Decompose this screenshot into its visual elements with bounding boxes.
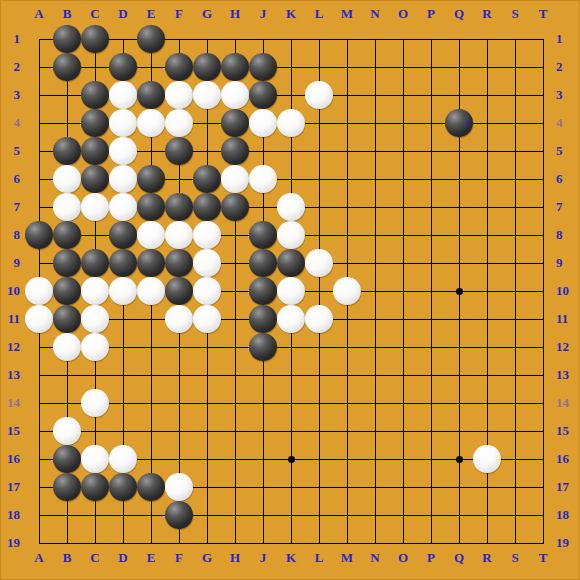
- point-B1[interactable]: [53, 25, 81, 53]
- point-C5[interactable]: [81, 137, 109, 165]
- point-M14[interactable]: [333, 389, 361, 417]
- point-J10[interactable]: [249, 277, 277, 305]
- point-H3[interactable]: [221, 81, 249, 109]
- point-Q2[interactable]: [445, 53, 473, 81]
- point-J18[interactable]: [249, 501, 277, 529]
- point-P6[interactable]: [417, 165, 445, 193]
- point-E5[interactable]: [137, 137, 165, 165]
- point-C4[interactable]: [81, 109, 109, 137]
- point-J15[interactable]: [249, 417, 277, 445]
- point-D2[interactable]: [109, 53, 137, 81]
- point-T5[interactable]: [529, 137, 557, 165]
- point-N12[interactable]: [361, 333, 389, 361]
- go-board[interactable]: [25, 25, 557, 557]
- point-O14[interactable]: [389, 389, 417, 417]
- point-E18[interactable]: [137, 501, 165, 529]
- point-T14[interactable]: [529, 389, 557, 417]
- point-J12[interactable]: [249, 333, 277, 361]
- point-K10[interactable]: [277, 277, 305, 305]
- point-C15[interactable]: [81, 417, 109, 445]
- point-K19[interactable]: [277, 529, 305, 557]
- point-L5[interactable]: [305, 137, 333, 165]
- point-T6[interactable]: [529, 165, 557, 193]
- point-S15[interactable]: [501, 417, 529, 445]
- point-H1[interactable]: [221, 25, 249, 53]
- point-N8[interactable]: [361, 221, 389, 249]
- point-O9[interactable]: [389, 249, 417, 277]
- point-R6[interactable]: [473, 165, 501, 193]
- point-Q8[interactable]: [445, 221, 473, 249]
- point-D19[interactable]: [109, 529, 137, 557]
- point-S1[interactable]: [501, 25, 529, 53]
- point-F10[interactable]: [165, 277, 193, 305]
- point-B6[interactable]: [53, 165, 81, 193]
- point-L13[interactable]: [305, 361, 333, 389]
- point-G17[interactable]: [193, 473, 221, 501]
- point-E7[interactable]: [137, 193, 165, 221]
- point-T17[interactable]: [529, 473, 557, 501]
- point-P2[interactable]: [417, 53, 445, 81]
- point-A10[interactable]: [25, 277, 53, 305]
- point-K13[interactable]: [277, 361, 305, 389]
- point-J11[interactable]: [249, 305, 277, 333]
- point-Q13[interactable]: [445, 361, 473, 389]
- point-D4[interactable]: [109, 109, 137, 137]
- point-O18[interactable]: [389, 501, 417, 529]
- point-G13[interactable]: [193, 361, 221, 389]
- point-T8[interactable]: [529, 221, 557, 249]
- point-L7[interactable]: [305, 193, 333, 221]
- point-N14[interactable]: [361, 389, 389, 417]
- point-C13[interactable]: [81, 361, 109, 389]
- point-S12[interactable]: [501, 333, 529, 361]
- point-R12[interactable]: [473, 333, 501, 361]
- point-L1[interactable]: [305, 25, 333, 53]
- point-H7[interactable]: [221, 193, 249, 221]
- point-O11[interactable]: [389, 305, 417, 333]
- point-F1[interactable]: [165, 25, 193, 53]
- point-R18[interactable]: [473, 501, 501, 529]
- point-R16[interactable]: [473, 445, 501, 473]
- point-F9[interactable]: [165, 249, 193, 277]
- point-L15[interactable]: [305, 417, 333, 445]
- point-H6[interactable]: [221, 165, 249, 193]
- point-O12[interactable]: [389, 333, 417, 361]
- point-P7[interactable]: [417, 193, 445, 221]
- point-G16[interactable]: [193, 445, 221, 473]
- point-B8[interactable]: [53, 221, 81, 249]
- point-P11[interactable]: [417, 305, 445, 333]
- point-K14[interactable]: [277, 389, 305, 417]
- point-K3[interactable]: [277, 81, 305, 109]
- point-S13[interactable]: [501, 361, 529, 389]
- point-T9[interactable]: [529, 249, 557, 277]
- point-R17[interactable]: [473, 473, 501, 501]
- point-J5[interactable]: [249, 137, 277, 165]
- point-S5[interactable]: [501, 137, 529, 165]
- point-O4[interactable]: [389, 109, 417, 137]
- point-B4[interactable]: [53, 109, 81, 137]
- point-J8[interactable]: [249, 221, 277, 249]
- point-H12[interactable]: [221, 333, 249, 361]
- point-T7[interactable]: [529, 193, 557, 221]
- point-A16[interactable]: [25, 445, 53, 473]
- point-C9[interactable]: [81, 249, 109, 277]
- point-C3[interactable]: [81, 81, 109, 109]
- point-D1[interactable]: [109, 25, 137, 53]
- point-S6[interactable]: [501, 165, 529, 193]
- point-E4[interactable]: [137, 109, 165, 137]
- point-S2[interactable]: [501, 53, 529, 81]
- point-R19[interactable]: [473, 529, 501, 557]
- point-T18[interactable]: [529, 501, 557, 529]
- point-A8[interactable]: [25, 221, 53, 249]
- point-N9[interactable]: [361, 249, 389, 277]
- point-H17[interactable]: [221, 473, 249, 501]
- point-F3[interactable]: [165, 81, 193, 109]
- point-H14[interactable]: [221, 389, 249, 417]
- point-L16[interactable]: [305, 445, 333, 473]
- point-H18[interactable]: [221, 501, 249, 529]
- point-O3[interactable]: [389, 81, 417, 109]
- point-P15[interactable]: [417, 417, 445, 445]
- point-F15[interactable]: [165, 417, 193, 445]
- point-M19[interactable]: [333, 529, 361, 557]
- point-G5[interactable]: [193, 137, 221, 165]
- point-C6[interactable]: [81, 165, 109, 193]
- point-A12[interactable]: [25, 333, 53, 361]
- point-C18[interactable]: [81, 501, 109, 529]
- point-C1[interactable]: [81, 25, 109, 53]
- point-G10[interactable]: [193, 277, 221, 305]
- point-A9[interactable]: [25, 249, 53, 277]
- point-Q16[interactable]: [445, 445, 473, 473]
- point-L9[interactable]: [305, 249, 333, 277]
- point-F5[interactable]: [165, 137, 193, 165]
- point-R8[interactable]: [473, 221, 501, 249]
- point-R11[interactable]: [473, 305, 501, 333]
- point-N4[interactable]: [361, 109, 389, 137]
- point-J2[interactable]: [249, 53, 277, 81]
- point-D9[interactable]: [109, 249, 137, 277]
- point-T19[interactable]: [529, 529, 557, 557]
- point-B5[interactable]: [53, 137, 81, 165]
- point-O6[interactable]: [389, 165, 417, 193]
- point-T2[interactable]: [529, 53, 557, 81]
- point-P17[interactable]: [417, 473, 445, 501]
- point-L14[interactable]: [305, 389, 333, 417]
- point-R2[interactable]: [473, 53, 501, 81]
- point-S10[interactable]: [501, 277, 529, 305]
- point-Q7[interactable]: [445, 193, 473, 221]
- point-G19[interactable]: [193, 529, 221, 557]
- point-P1[interactable]: [417, 25, 445, 53]
- point-P9[interactable]: [417, 249, 445, 277]
- point-D15[interactable]: [109, 417, 137, 445]
- point-F7[interactable]: [165, 193, 193, 221]
- point-A13[interactable]: [25, 361, 53, 389]
- point-J9[interactable]: [249, 249, 277, 277]
- point-Q9[interactable]: [445, 249, 473, 277]
- point-J3[interactable]: [249, 81, 277, 109]
- point-K18[interactable]: [277, 501, 305, 529]
- point-D10[interactable]: [109, 277, 137, 305]
- point-L6[interactable]: [305, 165, 333, 193]
- point-B13[interactable]: [53, 361, 81, 389]
- point-O5[interactable]: [389, 137, 417, 165]
- point-H16[interactable]: [221, 445, 249, 473]
- point-H13[interactable]: [221, 361, 249, 389]
- point-A6[interactable]: [25, 165, 53, 193]
- point-F19[interactable]: [165, 529, 193, 557]
- point-A5[interactable]: [25, 137, 53, 165]
- point-Q5[interactable]: [445, 137, 473, 165]
- point-N19[interactable]: [361, 529, 389, 557]
- point-C8[interactable]: [81, 221, 109, 249]
- point-Q4[interactable]: [445, 109, 473, 137]
- point-N10[interactable]: [361, 277, 389, 305]
- point-J7[interactable]: [249, 193, 277, 221]
- point-H8[interactable]: [221, 221, 249, 249]
- point-A14[interactable]: [25, 389, 53, 417]
- point-S14[interactable]: [501, 389, 529, 417]
- point-D16[interactable]: [109, 445, 137, 473]
- point-A7[interactable]: [25, 193, 53, 221]
- point-B3[interactable]: [53, 81, 81, 109]
- point-P19[interactable]: [417, 529, 445, 557]
- point-O8[interactable]: [389, 221, 417, 249]
- point-B11[interactable]: [53, 305, 81, 333]
- point-S4[interactable]: [501, 109, 529, 137]
- point-Q18[interactable]: [445, 501, 473, 529]
- point-F2[interactable]: [165, 53, 193, 81]
- point-C11[interactable]: [81, 305, 109, 333]
- point-F13[interactable]: [165, 361, 193, 389]
- point-P8[interactable]: [417, 221, 445, 249]
- point-R7[interactable]: [473, 193, 501, 221]
- point-N15[interactable]: [361, 417, 389, 445]
- point-F8[interactable]: [165, 221, 193, 249]
- point-O16[interactable]: [389, 445, 417, 473]
- point-M4[interactable]: [333, 109, 361, 137]
- point-M1[interactable]: [333, 25, 361, 53]
- point-M18[interactable]: [333, 501, 361, 529]
- point-D11[interactable]: [109, 305, 137, 333]
- point-N2[interactable]: [361, 53, 389, 81]
- point-A11[interactable]: [25, 305, 53, 333]
- point-N3[interactable]: [361, 81, 389, 109]
- point-H11[interactable]: [221, 305, 249, 333]
- point-L8[interactable]: [305, 221, 333, 249]
- point-C19[interactable]: [81, 529, 109, 557]
- point-T10[interactable]: [529, 277, 557, 305]
- point-B2[interactable]: [53, 53, 81, 81]
- point-K16[interactable]: [277, 445, 305, 473]
- point-K2[interactable]: [277, 53, 305, 81]
- point-P18[interactable]: [417, 501, 445, 529]
- point-E2[interactable]: [137, 53, 165, 81]
- point-G4[interactable]: [193, 109, 221, 137]
- point-J16[interactable]: [249, 445, 277, 473]
- point-E3[interactable]: [137, 81, 165, 109]
- point-H9[interactable]: [221, 249, 249, 277]
- point-G9[interactable]: [193, 249, 221, 277]
- point-F17[interactable]: [165, 473, 193, 501]
- point-T13[interactable]: [529, 361, 557, 389]
- point-E10[interactable]: [137, 277, 165, 305]
- point-Q1[interactable]: [445, 25, 473, 53]
- point-O10[interactable]: [389, 277, 417, 305]
- point-M13[interactable]: [333, 361, 361, 389]
- point-C2[interactable]: [81, 53, 109, 81]
- point-G15[interactable]: [193, 417, 221, 445]
- point-A15[interactable]: [25, 417, 53, 445]
- point-S9[interactable]: [501, 249, 529, 277]
- point-J19[interactable]: [249, 529, 277, 557]
- point-M7[interactable]: [333, 193, 361, 221]
- point-O7[interactable]: [389, 193, 417, 221]
- point-P14[interactable]: [417, 389, 445, 417]
- point-E17[interactable]: [137, 473, 165, 501]
- point-E13[interactable]: [137, 361, 165, 389]
- point-N16[interactable]: [361, 445, 389, 473]
- point-C16[interactable]: [81, 445, 109, 473]
- point-S3[interactable]: [501, 81, 529, 109]
- point-M3[interactable]: [333, 81, 361, 109]
- point-O2[interactable]: [389, 53, 417, 81]
- point-B14[interactable]: [53, 389, 81, 417]
- point-R9[interactable]: [473, 249, 501, 277]
- point-N18[interactable]: [361, 501, 389, 529]
- point-L10[interactable]: [305, 277, 333, 305]
- point-S16[interactable]: [501, 445, 529, 473]
- point-K4[interactable]: [277, 109, 305, 137]
- point-A1[interactable]: [25, 25, 53, 53]
- point-H5[interactable]: [221, 137, 249, 165]
- point-M10[interactable]: [333, 277, 361, 305]
- point-D17[interactable]: [109, 473, 137, 501]
- point-D6[interactable]: [109, 165, 137, 193]
- point-P16[interactable]: [417, 445, 445, 473]
- point-S11[interactable]: [501, 305, 529, 333]
- point-C14[interactable]: [81, 389, 109, 417]
- point-R5[interactable]: [473, 137, 501, 165]
- point-E15[interactable]: [137, 417, 165, 445]
- point-S17[interactable]: [501, 473, 529, 501]
- point-A19[interactable]: [25, 529, 53, 557]
- point-K12[interactable]: [277, 333, 305, 361]
- point-K1[interactable]: [277, 25, 305, 53]
- point-M9[interactable]: [333, 249, 361, 277]
- point-B9[interactable]: [53, 249, 81, 277]
- point-Q10[interactable]: [445, 277, 473, 305]
- point-E6[interactable]: [137, 165, 165, 193]
- point-M2[interactable]: [333, 53, 361, 81]
- point-O17[interactable]: [389, 473, 417, 501]
- point-F12[interactable]: [165, 333, 193, 361]
- point-O15[interactable]: [389, 417, 417, 445]
- point-E9[interactable]: [137, 249, 165, 277]
- point-N13[interactable]: [361, 361, 389, 389]
- point-J17[interactable]: [249, 473, 277, 501]
- point-G8[interactable]: [193, 221, 221, 249]
- point-H4[interactable]: [221, 109, 249, 137]
- point-P13[interactable]: [417, 361, 445, 389]
- point-R13[interactable]: [473, 361, 501, 389]
- point-C17[interactable]: [81, 473, 109, 501]
- point-L11[interactable]: [305, 305, 333, 333]
- point-Q6[interactable]: [445, 165, 473, 193]
- point-N7[interactable]: [361, 193, 389, 221]
- point-G12[interactable]: [193, 333, 221, 361]
- point-T12[interactable]: [529, 333, 557, 361]
- point-L4[interactable]: [305, 109, 333, 137]
- point-L12[interactable]: [305, 333, 333, 361]
- point-Q12[interactable]: [445, 333, 473, 361]
- point-D14[interactable]: [109, 389, 137, 417]
- point-L3[interactable]: [305, 81, 333, 109]
- point-E11[interactable]: [137, 305, 165, 333]
- point-G1[interactable]: [193, 25, 221, 53]
- point-E16[interactable]: [137, 445, 165, 473]
- point-B17[interactable]: [53, 473, 81, 501]
- point-B16[interactable]: [53, 445, 81, 473]
- point-G2[interactable]: [193, 53, 221, 81]
- point-J14[interactable]: [249, 389, 277, 417]
- point-H10[interactable]: [221, 277, 249, 305]
- point-S18[interactable]: [501, 501, 529, 529]
- point-F18[interactable]: [165, 501, 193, 529]
- point-K15[interactable]: [277, 417, 305, 445]
- point-B10[interactable]: [53, 277, 81, 305]
- point-A2[interactable]: [25, 53, 53, 81]
- point-D12[interactable]: [109, 333, 137, 361]
- point-E1[interactable]: [137, 25, 165, 53]
- point-P5[interactable]: [417, 137, 445, 165]
- point-G7[interactable]: [193, 193, 221, 221]
- point-Q14[interactable]: [445, 389, 473, 417]
- point-F4[interactable]: [165, 109, 193, 137]
- point-R15[interactable]: [473, 417, 501, 445]
- point-A17[interactable]: [25, 473, 53, 501]
- point-G6[interactable]: [193, 165, 221, 193]
- point-M17[interactable]: [333, 473, 361, 501]
- point-B18[interactable]: [53, 501, 81, 529]
- point-Q3[interactable]: [445, 81, 473, 109]
- point-P3[interactable]: [417, 81, 445, 109]
- point-E19[interactable]: [137, 529, 165, 557]
- point-T4[interactable]: [529, 109, 557, 137]
- point-H2[interactable]: [221, 53, 249, 81]
- point-R14[interactable]: [473, 389, 501, 417]
- point-C7[interactable]: [81, 193, 109, 221]
- point-C12[interactable]: [81, 333, 109, 361]
- point-O13[interactable]: [389, 361, 417, 389]
- point-K11[interactable]: [277, 305, 305, 333]
- point-M12[interactable]: [333, 333, 361, 361]
- point-K5[interactable]: [277, 137, 305, 165]
- point-G14[interactable]: [193, 389, 221, 417]
- point-E12[interactable]: [137, 333, 165, 361]
- point-M5[interactable]: [333, 137, 361, 165]
- point-Q17[interactable]: [445, 473, 473, 501]
- point-P4[interactable]: [417, 109, 445, 137]
- point-B12[interactable]: [53, 333, 81, 361]
- point-L18[interactable]: [305, 501, 333, 529]
- point-R10[interactable]: [473, 277, 501, 305]
- point-E8[interactable]: [137, 221, 165, 249]
- point-J4[interactable]: [249, 109, 277, 137]
